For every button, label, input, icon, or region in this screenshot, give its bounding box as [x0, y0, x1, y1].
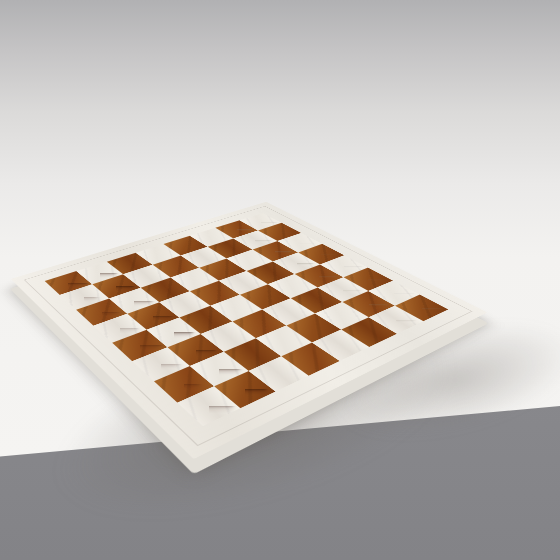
chess-piece-glyph: ♟	[370, 267, 423, 326]
chess-board: ♜♟♟♜♞♟♟♞♝♟♟♝♛♟♟♛♚♟♟♚♝♟♟♝♞♟♟♞♜♟♟♜	[11, 202, 488, 460]
chess-set-photo: ♜♟♟♜♞♟♟♞♝♟♟♝♛♟♟♛♚♟♟♚♝♟♟♝♞♟♟♞♜♟♟♜	[0, 0, 560, 560]
chess-piece-glyph: ♜	[173, 335, 245, 415]
scene-3d: ♜♟♟♜♞♟♟♞♝♟♟♝♛♟♟♛♚♟♟♚♝♟♟♝♞♟♟♞♜♟♟♜	[0, 0, 560, 560]
